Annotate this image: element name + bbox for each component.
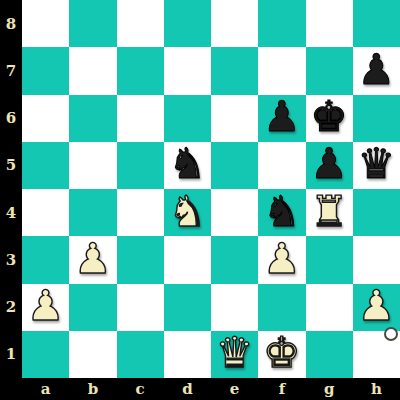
square-a2[interactable]: ♟ <box>22 284 69 331</box>
piece-black-pawn[interactable]: ♟ <box>263 96 301 138</box>
piece-white-pawn[interactable]: ♟ <box>263 238 301 280</box>
rank-label-4: 4 <box>0 189 22 236</box>
square-g6[interactable]: ♚ <box>306 95 353 142</box>
square-f3[interactable]: ♟ <box>258 236 305 283</box>
rank-labels: 87654321 <box>0 0 22 378</box>
square-f7[interactable] <box>258 47 305 94</box>
file-label-d: d <box>164 378 211 400</box>
square-f8[interactable] <box>258 0 305 47</box>
file-label-h: h <box>353 378 400 400</box>
piece-white-knight[interactable]: ♞ <box>169 191 207 233</box>
square-b4[interactable] <box>69 189 116 236</box>
square-b8[interactable] <box>69 0 116 47</box>
square-a7[interactable] <box>22 47 69 94</box>
square-d5[interactable]: ♞ <box>164 142 211 189</box>
piece-white-queen[interactable]: ♛ <box>216 332 254 374</box>
square-a5[interactable] <box>22 142 69 189</box>
square-h3[interactable] <box>353 236 400 283</box>
square-d1[interactable] <box>164 331 211 378</box>
square-a4[interactable] <box>22 189 69 236</box>
piece-white-pawn[interactable]: ♟ <box>27 285 65 327</box>
rank-label-7: 7 <box>0 47 22 94</box>
square-a6[interactable] <box>22 95 69 142</box>
square-c1[interactable] <box>117 331 164 378</box>
square-e8[interactable] <box>211 0 258 47</box>
chess-board: ♟♟♚♞♟♛♞♞♜♟♟♟♟♛♚ <box>22 0 400 378</box>
piece-white-rook[interactable]: ♜ <box>310 191 348 233</box>
square-d8[interactable] <box>164 0 211 47</box>
square-e6[interactable] <box>211 95 258 142</box>
chess-diagram: ♟♟♚♞♟♛♞♞♜♟♟♟♟♛♚ 87654321 abcdefgh <box>0 0 400 400</box>
piece-white-king[interactable]: ♚ <box>263 332 301 374</box>
square-h5[interactable]: ♛ <box>353 142 400 189</box>
square-b5[interactable] <box>69 142 116 189</box>
square-f1[interactable]: ♚ <box>258 331 305 378</box>
piece-white-pawn[interactable]: ♟ <box>358 285 396 327</box>
square-h4[interactable] <box>353 189 400 236</box>
square-b1[interactable] <box>69 331 116 378</box>
square-h8[interactable] <box>353 0 400 47</box>
piece-black-pawn[interactable]: ♟ <box>358 49 396 91</box>
file-label-b: b <box>69 378 116 400</box>
square-b2[interactable] <box>69 284 116 331</box>
rank-label-2: 2 <box>0 284 22 331</box>
square-f2[interactable] <box>258 284 305 331</box>
square-c5[interactable] <box>117 142 164 189</box>
square-e2[interactable] <box>211 284 258 331</box>
square-e3[interactable] <box>211 236 258 283</box>
square-a8[interactable] <box>22 0 69 47</box>
rank-label-3: 3 <box>0 236 22 283</box>
square-c7[interactable] <box>117 47 164 94</box>
file-label-c: c <box>117 378 164 400</box>
square-b7[interactable] <box>69 47 116 94</box>
file-label-a: a <box>22 378 69 400</box>
square-c6[interactable] <box>117 95 164 142</box>
square-c3[interactable] <box>117 236 164 283</box>
square-f4[interactable]: ♞ <box>258 189 305 236</box>
square-e7[interactable] <box>211 47 258 94</box>
square-g2[interactable] <box>306 284 353 331</box>
square-g1[interactable] <box>306 331 353 378</box>
file-label-g: g <box>306 378 353 400</box>
square-c8[interactable] <box>117 0 164 47</box>
square-d3[interactable] <box>164 236 211 283</box>
white-to-move-indicator <box>384 327 398 341</box>
square-g5[interactable]: ♟ <box>306 142 353 189</box>
square-d4[interactable]: ♞ <box>164 189 211 236</box>
square-d7[interactable] <box>164 47 211 94</box>
file-labels: abcdefgh <box>22 378 400 400</box>
square-g3[interactable] <box>306 236 353 283</box>
piece-black-knight[interactable]: ♞ <box>169 143 207 185</box>
rank-label-5: 5 <box>0 142 22 189</box>
square-g8[interactable] <box>306 0 353 47</box>
square-h2[interactable]: ♟ <box>353 284 400 331</box>
file-label-f: f <box>258 378 305 400</box>
square-c4[interactable] <box>117 189 164 236</box>
square-c2[interactable] <box>117 284 164 331</box>
square-e4[interactable] <box>211 189 258 236</box>
square-f5[interactable] <box>258 142 305 189</box>
rank-label-8: 8 <box>0 0 22 47</box>
square-d2[interactable] <box>164 284 211 331</box>
piece-white-pawn[interactable]: ♟ <box>74 238 112 280</box>
rank-label-6: 6 <box>0 95 22 142</box>
piece-black-knight[interactable]: ♞ <box>263 191 301 233</box>
square-e5[interactable] <box>211 142 258 189</box>
piece-black-pawn[interactable]: ♟ <box>310 143 348 185</box>
square-b6[interactable] <box>69 95 116 142</box>
square-g7[interactable] <box>306 47 353 94</box>
square-h6[interactable] <box>353 95 400 142</box>
rank-label-1: 1 <box>0 331 22 378</box>
piece-black-king[interactable]: ♚ <box>310 96 348 138</box>
square-h7[interactable]: ♟ <box>353 47 400 94</box>
square-e1[interactable]: ♛ <box>211 331 258 378</box>
square-a3[interactable] <box>22 236 69 283</box>
square-g4[interactable]: ♜ <box>306 189 353 236</box>
square-b3[interactable]: ♟ <box>69 236 116 283</box>
square-f6[interactable]: ♟ <box>258 95 305 142</box>
piece-black-queen[interactable]: ♛ <box>358 143 396 185</box>
square-a1[interactable] <box>22 331 69 378</box>
file-label-e: e <box>211 378 258 400</box>
square-d6[interactable] <box>164 95 211 142</box>
